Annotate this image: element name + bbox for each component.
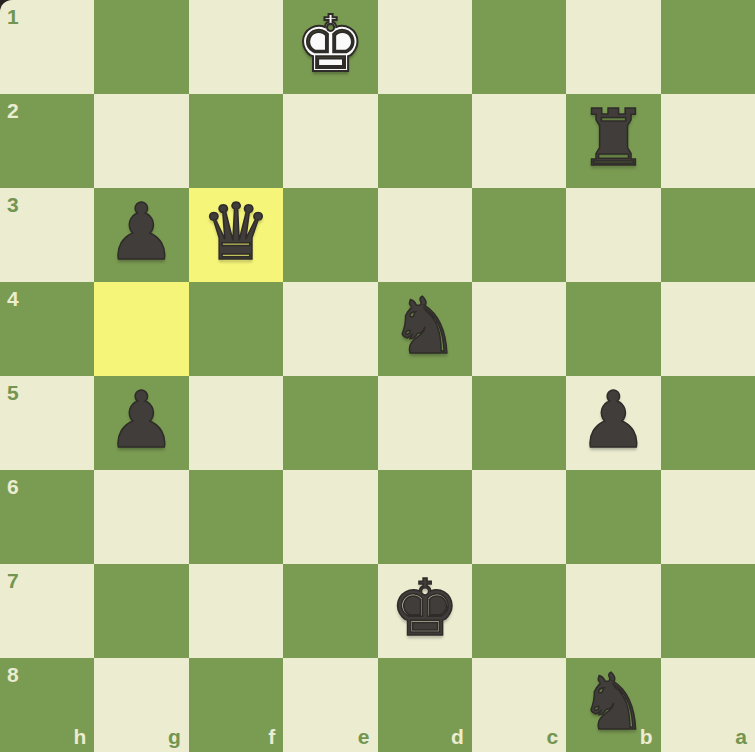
square-b6[interactable] [566,470,660,564]
square-a1[interactable] [661,0,755,94]
square-b7[interactable] [566,564,660,658]
piece-white-king[interactable]: ♚ [295,5,365,83]
piece-black-queen[interactable]: ♛ [201,193,271,271]
square-h4[interactable]: 4 [0,282,94,376]
square-a5[interactable] [661,376,755,470]
file-label-e: e [358,726,370,747]
square-b5[interactable]: ♟ [566,376,660,470]
square-b4[interactable] [566,282,660,376]
square-g2[interactable] [94,94,188,188]
square-f3[interactable]: ♛ [189,188,283,282]
rank-label-4: 4 [7,288,19,309]
square-d2[interactable] [378,94,472,188]
square-c4[interactable] [472,282,566,376]
square-e2[interactable] [283,94,377,188]
square-b3[interactable] [566,188,660,282]
square-g7[interactable] [94,564,188,658]
square-a4[interactable] [661,282,755,376]
square-e7[interactable] [283,564,377,658]
square-f6[interactable] [189,470,283,564]
rank-label-8: 8 [7,664,19,685]
square-c6[interactable] [472,470,566,564]
piece-black-rook[interactable]: ♜ [578,99,648,177]
square-a3[interactable] [661,188,755,282]
rank-label-1: 1 [7,6,19,27]
square-c5[interactable] [472,376,566,470]
square-f1[interactable] [189,0,283,94]
piece-black-knight[interactable]: ♞ [578,663,648,741]
piece-black-king[interactable]: ♚ [390,569,460,647]
square-h7[interactable]: 7 [0,564,94,658]
square-b8[interactable]: b♞ [566,658,660,752]
square-c3[interactable] [472,188,566,282]
file-label-g: g [168,726,181,747]
square-d8[interactable]: d [378,658,472,752]
square-d5[interactable] [378,376,472,470]
square-e3[interactable] [283,188,377,282]
square-f2[interactable] [189,94,283,188]
rank-label-3: 3 [7,194,19,215]
rank-label-5: 5 [7,382,19,403]
square-h6[interactable]: 6 [0,470,94,564]
square-c7[interactable] [472,564,566,658]
square-d4[interactable]: ♞ [378,282,472,376]
square-e6[interactable] [283,470,377,564]
square-g3[interactable]: ♟ [94,188,188,282]
piece-black-pawn[interactable]: ♟ [578,381,648,459]
square-h8[interactable]: 8h [0,658,94,752]
square-d7[interactable]: ♚ [378,564,472,658]
file-label-h: h [74,726,87,747]
square-f8[interactable]: f [189,658,283,752]
piece-black-pawn[interactable]: ♟ [107,381,177,459]
rank-label-6: 6 [7,476,19,497]
file-label-d: d [451,726,464,747]
square-a8[interactable]: a [661,658,755,752]
square-e8[interactable]: e [283,658,377,752]
square-h5[interactable]: 5 [0,376,94,470]
square-d3[interactable] [378,188,472,282]
square-b2[interactable]: ♜ [566,94,660,188]
square-e4[interactable] [283,282,377,376]
square-e1[interactable]: ♚ [283,0,377,94]
piece-black-pawn[interactable]: ♟ [107,193,177,271]
square-b1[interactable] [566,0,660,94]
square-a7[interactable] [661,564,755,658]
square-h2[interactable]: 2 [0,94,94,188]
rank-label-7: 7 [7,570,19,591]
square-c1[interactable] [472,0,566,94]
square-h1[interactable]: 1 [0,0,94,94]
square-a2[interactable] [661,94,755,188]
square-h3[interactable]: 3 [0,188,94,282]
square-d1[interactable] [378,0,472,94]
square-g8[interactable]: g [94,658,188,752]
piece-black-knight[interactable]: ♞ [390,287,460,365]
file-label-f: f [268,726,275,747]
square-e5[interactable] [283,376,377,470]
square-d6[interactable] [378,470,472,564]
square-c8[interactable]: c [472,658,566,752]
square-g6[interactable] [94,470,188,564]
square-g5[interactable]: ♟ [94,376,188,470]
square-f4[interactable] [189,282,283,376]
square-c2[interactable] [472,94,566,188]
square-g1[interactable] [94,0,188,94]
square-a6[interactable] [661,470,755,564]
file-label-c: c [547,726,559,747]
square-f5[interactable] [189,376,283,470]
square-g4[interactable] [94,282,188,376]
square-f7[interactable] [189,564,283,658]
file-label-a: a [735,726,747,747]
chess-board: 1♚2♜3♟♛4♞5♟♟67♚8hgfedcb♞a [0,0,755,752]
rank-label-2: 2 [7,100,19,121]
